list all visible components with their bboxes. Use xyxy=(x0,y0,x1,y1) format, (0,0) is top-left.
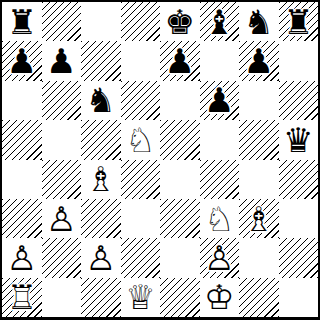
square-h7[interactable] xyxy=(279,41,319,80)
square-h5[interactable]: ♛♛ xyxy=(279,120,319,159)
square-f7[interactable] xyxy=(200,41,240,80)
square-e2[interactable] xyxy=(160,238,200,277)
piece-glyph: ♞ xyxy=(239,2,279,41)
square-e7[interactable]: ♟♟ xyxy=(160,41,200,80)
square-g5[interactable] xyxy=(239,120,279,159)
square-h4[interactable] xyxy=(279,160,319,199)
white-queen: ♛♕ xyxy=(121,278,161,317)
square-b3[interactable]: ♟♙ xyxy=(42,199,82,238)
square-c6[interactable]: ♞♞ xyxy=(81,81,121,120)
square-b1[interactable] xyxy=(42,278,82,317)
square-e5[interactable] xyxy=(160,120,200,159)
square-d5[interactable]: ♞♘ xyxy=(121,120,161,159)
black-knight: ♞♞ xyxy=(239,2,279,41)
square-e3[interactable] xyxy=(160,199,200,238)
piece-glyph: ♔ xyxy=(200,278,240,317)
square-f5[interactable] xyxy=(200,120,240,159)
black-rook: ♜♜ xyxy=(2,2,42,41)
piece-glyph: ♜ xyxy=(279,2,319,41)
square-h3[interactable] xyxy=(279,199,319,238)
white-pawn: ♟♙ xyxy=(81,238,121,277)
piece-glyph: ♙ xyxy=(2,238,42,277)
square-d7[interactable] xyxy=(121,41,161,80)
piece-glyph: ♙ xyxy=(200,238,240,277)
square-f6[interactable]: ♟♟ xyxy=(200,81,240,120)
white-pawn: ♟♙ xyxy=(42,199,82,238)
piece-glyph: ♕ xyxy=(121,278,161,317)
square-b4[interactable] xyxy=(42,160,82,199)
piece-glyph: ♖ xyxy=(2,278,42,317)
square-f4[interactable] xyxy=(200,160,240,199)
black-pawn: ♟♟ xyxy=(42,41,82,80)
piece-glyph: ♗ xyxy=(81,160,121,199)
square-c1[interactable] xyxy=(81,278,121,317)
black-rook: ♜♜ xyxy=(279,2,319,41)
square-h1[interactable] xyxy=(279,278,319,317)
black-bishop: ♝♝ xyxy=(200,2,240,41)
square-e6[interactable] xyxy=(160,81,200,120)
black-queen: ♛♛ xyxy=(279,120,319,159)
square-b2[interactable] xyxy=(42,238,82,277)
square-a4[interactable] xyxy=(2,160,42,199)
square-g1[interactable] xyxy=(239,278,279,317)
square-d4[interactable] xyxy=(121,160,161,199)
square-d6[interactable] xyxy=(121,81,161,120)
piece-glyph: ♝ xyxy=(200,2,240,41)
piece-glyph: ♟ xyxy=(200,81,240,120)
square-c2[interactable]: ♟♙ xyxy=(81,238,121,277)
square-a3[interactable] xyxy=(2,199,42,238)
square-c8[interactable] xyxy=(81,2,121,41)
square-g6[interactable] xyxy=(239,81,279,120)
square-e1[interactable] xyxy=(160,278,200,317)
black-knight: ♞♞ xyxy=(81,81,121,120)
white-knight: ♞♘ xyxy=(121,120,161,159)
white-bishop: ♝♗ xyxy=(239,199,279,238)
piece-glyph: ♗ xyxy=(239,199,279,238)
square-a5[interactable] xyxy=(2,120,42,159)
piece-glyph: ♟ xyxy=(239,41,279,80)
square-c4[interactable]: ♝♗ xyxy=(81,160,121,199)
white-rook: ♜♖ xyxy=(2,278,42,317)
square-g4[interactable] xyxy=(239,160,279,199)
black-pawn: ♟♟ xyxy=(239,41,279,80)
piece-glyph: ♜ xyxy=(2,2,42,41)
white-bishop: ♝♗ xyxy=(81,160,121,199)
piece-glyph: ♛ xyxy=(279,120,319,159)
square-e8[interactable]: ♚♚ xyxy=(160,2,200,41)
white-pawn: ♟♙ xyxy=(200,238,240,277)
square-a1[interactable]: ♜♖ xyxy=(2,278,42,317)
square-f2[interactable]: ♟♙ xyxy=(200,238,240,277)
piece-glyph: ♟ xyxy=(160,41,200,80)
square-g3[interactable]: ♝♗ xyxy=(239,199,279,238)
square-f3[interactable]: ♞♘ xyxy=(200,199,240,238)
square-h6[interactable] xyxy=(279,81,319,120)
white-king: ♚♔ xyxy=(200,278,240,317)
square-c3[interactable] xyxy=(81,199,121,238)
piece-glyph: ♟ xyxy=(42,41,82,80)
square-g8[interactable]: ♞♞ xyxy=(239,2,279,41)
square-a2[interactable]: ♟♙ xyxy=(2,238,42,277)
piece-glyph: ♟ xyxy=(2,41,42,80)
piece-glyph: ♘ xyxy=(121,120,161,159)
piece-glyph: ♘ xyxy=(200,199,240,238)
black-king: ♚♚ xyxy=(160,2,200,41)
square-d1[interactable]: ♛♕ xyxy=(121,278,161,317)
chess-board: ♜♜♚♚♝♝♞♞♜♜♟♟♟♟♟♟♟♟♞♞♟♟♞♘♛♛♝♗♟♙♞♘♝♗♟♙♟♙♟♙… xyxy=(0,0,320,320)
square-g7[interactable]: ♟♟ xyxy=(239,41,279,80)
square-a8[interactable]: ♜♜ xyxy=(2,2,42,41)
square-f1[interactable]: ♚♔ xyxy=(200,278,240,317)
square-b6[interactable] xyxy=(42,81,82,120)
piece-glyph: ♚ xyxy=(160,2,200,41)
black-pawn: ♟♟ xyxy=(200,81,240,120)
square-b5[interactable] xyxy=(42,120,82,159)
piece-glyph: ♙ xyxy=(81,238,121,277)
square-c7[interactable] xyxy=(81,41,121,80)
square-d3[interactable] xyxy=(121,199,161,238)
square-a7[interactable]: ♟♟ xyxy=(2,41,42,80)
square-b8[interactable] xyxy=(42,2,82,41)
square-f8[interactable]: ♝♝ xyxy=(200,2,240,41)
square-g2[interactable] xyxy=(239,238,279,277)
square-d2[interactable] xyxy=(121,238,161,277)
square-h8[interactable]: ♜♜ xyxy=(279,2,319,41)
square-e4[interactable] xyxy=(160,160,200,199)
white-knight: ♞♘ xyxy=(200,199,240,238)
square-b7[interactable]: ♟♟ xyxy=(42,41,82,80)
square-h2[interactable] xyxy=(279,238,319,277)
piece-glyph: ♞ xyxy=(81,81,121,120)
white-pawn: ♟♙ xyxy=(2,238,42,277)
black-pawn: ♟♟ xyxy=(160,41,200,80)
piece-glyph: ♙ xyxy=(42,199,82,238)
square-c5[interactable] xyxy=(81,120,121,159)
square-a6[interactable] xyxy=(2,81,42,120)
square-d8[interactable] xyxy=(121,2,161,41)
black-pawn: ♟♟ xyxy=(2,41,42,80)
